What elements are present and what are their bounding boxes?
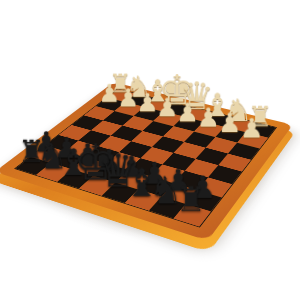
square-a8: ♜: [174, 204, 211, 227]
square-g8: ♞: [36, 163, 72, 182]
chess-set-photo: ♜♞♝♚♛♝♞♜♟♟♟♟♟♟♟♟♟♟♟♟♟♟♟♟♜♞♝♚♛♝♞♜: [0, 0, 300, 300]
